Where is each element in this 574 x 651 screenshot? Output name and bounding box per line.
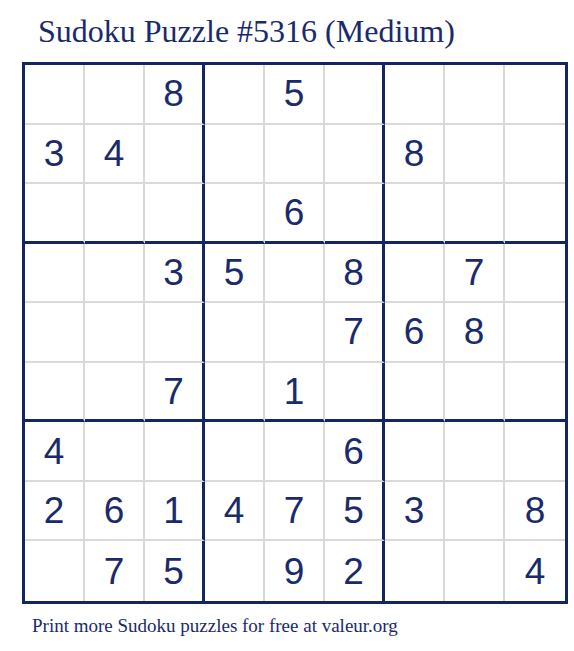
- cell-r3c6: [325, 184, 385, 244]
- cell-r5c8: 8: [445, 303, 505, 363]
- cell-r2c6: [325, 125, 385, 185]
- cell-r6c6: [325, 363, 385, 423]
- cell-r8c6: 5: [325, 482, 385, 542]
- cell-r5c3: [145, 303, 205, 363]
- cell-r5c5: [265, 303, 325, 363]
- cell-r3c4: [205, 184, 265, 244]
- cell-r5c7: 6: [385, 303, 445, 363]
- cell-r4c6: 8: [325, 244, 385, 304]
- cell-r8c2: 6: [85, 482, 145, 542]
- cell-r8c5: 7: [265, 482, 325, 542]
- cell-r7c6: 6: [325, 422, 385, 482]
- cell-r6c7: [385, 363, 445, 423]
- cell-r5c2: [85, 303, 145, 363]
- cell-r3c3: [145, 184, 205, 244]
- cell-r6c5: 1: [265, 363, 325, 423]
- footer-text: Print more Sudoku puzzles for free at va…: [32, 615, 398, 637]
- cell-r8c9: 8: [505, 482, 565, 542]
- cell-r7c1: 4: [25, 422, 85, 482]
- cell-r1c7: [385, 65, 445, 125]
- cell-r9c3: 5: [145, 541, 205, 601]
- cell-r9c5: 9: [265, 541, 325, 601]
- cell-r7c2: [85, 422, 145, 482]
- cell-r5c9: [505, 303, 565, 363]
- sudoku-grid: 853486358776871462614753875924: [22, 62, 568, 604]
- cell-r1c2: [85, 65, 145, 125]
- cell-r8c1: 2: [25, 482, 85, 542]
- cell-r5c1: [25, 303, 85, 363]
- cell-r9c6: 2: [325, 541, 385, 601]
- cell-r3c8: [445, 184, 505, 244]
- cell-r5c4: [205, 303, 265, 363]
- cell-r6c9: [505, 363, 565, 423]
- cell-r1c5: 5: [265, 65, 325, 125]
- cell-r9c7: [385, 541, 445, 601]
- cell-r6c8: [445, 363, 505, 423]
- cell-r8c7: 3: [385, 482, 445, 542]
- cell-r7c4: [205, 422, 265, 482]
- cell-r2c4: [205, 125, 265, 185]
- cell-r1c1: [25, 65, 85, 125]
- cell-r1c9: [505, 65, 565, 125]
- cell-r3c1: [25, 184, 85, 244]
- cell-r1c3: 8: [145, 65, 205, 125]
- cell-r1c8: [445, 65, 505, 125]
- cell-r4c9: [505, 244, 565, 304]
- cell-r3c2: [85, 184, 145, 244]
- cell-r2c9: [505, 125, 565, 185]
- cell-r2c1: 3: [25, 125, 85, 185]
- cell-r7c8: [445, 422, 505, 482]
- cell-r4c2: [85, 244, 145, 304]
- cell-r1c6: [325, 65, 385, 125]
- cell-r7c3: [145, 422, 205, 482]
- cell-r3c7: [385, 184, 445, 244]
- cell-r4c3: 3: [145, 244, 205, 304]
- cell-r3c5: 6: [265, 184, 325, 244]
- cell-r9c9: 4: [505, 541, 565, 601]
- cell-r3c9: [505, 184, 565, 244]
- cell-r8c8: [445, 482, 505, 542]
- cell-r4c1: [25, 244, 85, 304]
- cell-r7c9: [505, 422, 565, 482]
- cell-r6c3: 7: [145, 363, 205, 423]
- cell-r9c1: [25, 541, 85, 601]
- cell-r6c1: [25, 363, 85, 423]
- cell-r9c8: [445, 541, 505, 601]
- cell-r2c2: 4: [85, 125, 145, 185]
- cell-r2c7: 8: [385, 125, 445, 185]
- page-title: Sudoku Puzzle #5316 (Medium): [38, 13, 455, 50]
- cell-r4c5: [265, 244, 325, 304]
- cell-r8c4: 4: [205, 482, 265, 542]
- cell-r4c4: 5: [205, 244, 265, 304]
- cell-r1c4: [205, 65, 265, 125]
- cell-r7c7: [385, 422, 445, 482]
- cell-r2c3: [145, 125, 205, 185]
- cell-r6c4: [205, 363, 265, 423]
- cell-r8c3: 1: [145, 482, 205, 542]
- cell-r4c7: [385, 244, 445, 304]
- cell-r5c6: 7: [325, 303, 385, 363]
- cell-r6c2: [85, 363, 145, 423]
- cell-r9c4: [205, 541, 265, 601]
- cell-r2c8: [445, 125, 505, 185]
- cell-r2c5: [265, 125, 325, 185]
- cell-r9c2: 7: [85, 541, 145, 601]
- cell-r7c5: [265, 422, 325, 482]
- cell-r4c8: 7: [445, 244, 505, 304]
